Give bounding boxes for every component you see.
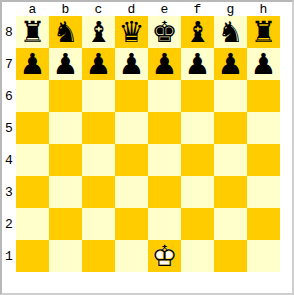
square-e2[interactable] [148, 208, 181, 240]
file-label-c: c [82, 2, 115, 16]
black-pawn[interactable]: ♟ [16, 48, 49, 80]
square-h3[interactable] [247, 176, 280, 208]
square-c4[interactable] [82, 144, 115, 176]
square-h6[interactable] [247, 80, 280, 112]
black-pawn[interactable]: ♟ [181, 48, 214, 80]
rank-label-1: 1 [2, 240, 16, 272]
square-d8[interactable]: ♛ [115, 16, 148, 48]
chess-diagram-frame: abcdefgh8♜♞♝♛♚♝♞♜7♟♟♟♟♟♟♟♟654321♚♔ [0, 0, 294, 295]
square-a7[interactable]: ♟ [16, 48, 49, 80]
square-b4[interactable] [49, 144, 82, 176]
square-g1[interactable] [214, 240, 247, 272]
square-b1[interactable] [49, 240, 82, 272]
square-g3[interactable] [214, 176, 247, 208]
black-queen[interactable]: ♛ [115, 16, 148, 48]
black-pawn[interactable]: ♟ [49, 48, 82, 80]
square-c2[interactable] [82, 208, 115, 240]
square-a8[interactable]: ♜ [16, 16, 49, 48]
black-knight[interactable]: ♞ [214, 16, 247, 48]
square-d2[interactable] [115, 208, 148, 240]
square-f8[interactable]: ♝ [181, 16, 214, 48]
square-h5[interactable] [247, 112, 280, 144]
black-rook[interactable]: ♜ [247, 16, 280, 48]
rank-label-3: 3 [2, 176, 16, 208]
square-e6[interactable] [148, 80, 181, 112]
file-label-f: f [181, 2, 214, 16]
square-f3[interactable] [181, 176, 214, 208]
black-bishop[interactable]: ♝ [181, 16, 214, 48]
rank-label-2: 2 [2, 208, 16, 240]
square-b5[interactable] [49, 112, 82, 144]
square-b2[interactable] [49, 208, 82, 240]
square-g2[interactable] [214, 208, 247, 240]
square-a1[interactable] [16, 240, 49, 272]
square-d6[interactable] [115, 80, 148, 112]
square-h1[interactable] [247, 240, 280, 272]
file-label-a: a [16, 2, 49, 16]
square-e5[interactable] [148, 112, 181, 144]
file-label-d: d [115, 2, 148, 16]
square-g8[interactable]: ♞ [214, 16, 247, 48]
square-g4[interactable] [214, 144, 247, 176]
file-label-e: e [148, 2, 181, 16]
rank-label-4: 4 [2, 144, 16, 176]
square-a2[interactable] [16, 208, 49, 240]
square-f2[interactable] [181, 208, 214, 240]
square-c5[interactable] [82, 112, 115, 144]
rank-label-8: 8 [2, 16, 16, 48]
square-g6[interactable] [214, 80, 247, 112]
square-f4[interactable] [181, 144, 214, 176]
black-king[interactable]: ♚ [148, 16, 181, 48]
square-b7[interactable]: ♟ [49, 48, 82, 80]
square-h2[interactable] [247, 208, 280, 240]
square-b8[interactable]: ♞ [49, 16, 82, 48]
square-b6[interactable] [49, 80, 82, 112]
square-c6[interactable] [82, 80, 115, 112]
black-pawn[interactable]: ♟ [148, 48, 181, 80]
file-label-g: g [214, 2, 247, 16]
black-rook[interactable]: ♜ [16, 16, 49, 48]
file-label-b: b [49, 2, 82, 16]
square-c8[interactable]: ♝ [82, 16, 115, 48]
square-a5[interactable] [16, 112, 49, 144]
square-c3[interactable] [82, 176, 115, 208]
square-h8[interactable]: ♜ [247, 16, 280, 48]
square-g7[interactable]: ♟ [214, 48, 247, 80]
white-king[interactable]: ♚♔ [148, 240, 181, 272]
square-b3[interactable] [49, 176, 82, 208]
square-e3[interactable] [148, 176, 181, 208]
square-c7[interactable]: ♟ [82, 48, 115, 80]
square-d5[interactable] [115, 112, 148, 144]
black-pawn[interactable]: ♟ [247, 48, 280, 80]
square-e1[interactable]: ♚♔ [148, 240, 181, 272]
file-label-h: h [247, 2, 280, 16]
black-pawn[interactable]: ♟ [214, 48, 247, 80]
square-f1[interactable] [181, 240, 214, 272]
white-king-outline: ♔ [148, 240, 181, 272]
square-a6[interactable] [16, 80, 49, 112]
corner-spacer [2, 2, 16, 16]
square-c1[interactable] [82, 240, 115, 272]
square-a4[interactable] [16, 144, 49, 176]
rank-label-7: 7 [2, 48, 16, 80]
square-e7[interactable]: ♟ [148, 48, 181, 80]
square-e8[interactable]: ♚ [148, 16, 181, 48]
square-d1[interactable] [115, 240, 148, 272]
square-h7[interactable]: ♟ [247, 48, 280, 80]
black-pawn[interactable]: ♟ [115, 48, 148, 80]
chess-board: abcdefgh8♜♞♝♛♚♝♞♜7♟♟♟♟♟♟♟♟654321♚♔ [2, 2, 292, 272]
square-d7[interactable]: ♟ [115, 48, 148, 80]
black-pawn[interactable]: ♟ [82, 48, 115, 80]
rank-label-6: 6 [2, 80, 16, 112]
square-a3[interactable] [16, 176, 49, 208]
black-knight[interactable]: ♞ [49, 16, 82, 48]
square-g5[interactable] [214, 112, 247, 144]
square-d3[interactable] [115, 176, 148, 208]
square-f6[interactable] [181, 80, 214, 112]
square-f7[interactable]: ♟ [181, 48, 214, 80]
square-e4[interactable] [148, 144, 181, 176]
black-bishop[interactable]: ♝ [82, 16, 115, 48]
square-f5[interactable] [181, 112, 214, 144]
square-h4[interactable] [247, 144, 280, 176]
square-d4[interactable] [115, 144, 148, 176]
rank-label-5: 5 [2, 112, 16, 144]
